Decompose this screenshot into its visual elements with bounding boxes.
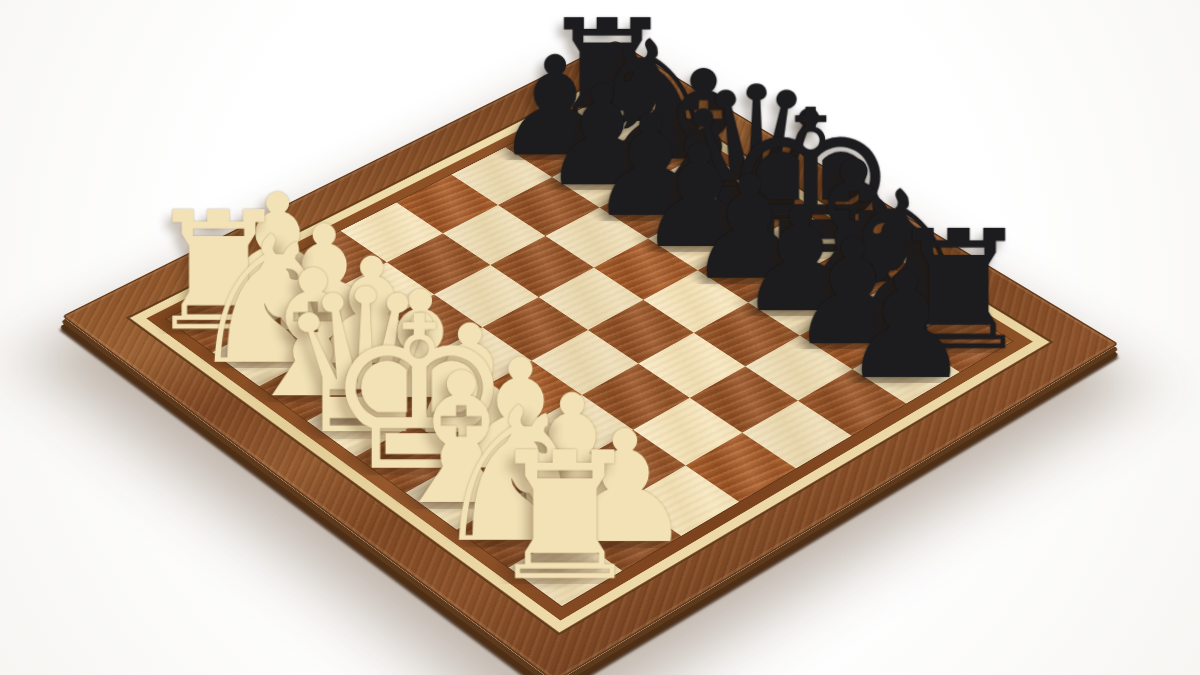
chess-set-photo: ♜︎♞︎♝︎♛︎♚︎♝︎♞︎♜︎♟︎♟︎♟︎♟︎♟︎♟︎♟︎♟︎♟︎♟︎♟︎♟︎… [0, 0, 1200, 675]
chessboard: ♜︎♞︎♝︎♛︎♚︎♝︎♞︎♜︎♟︎♟︎♟︎♟︎♟︎♟︎♟︎♟︎♟︎♟︎♟︎♟︎… [62, 40, 1119, 675]
scene-3d: ♜︎♞︎♝︎♛︎♚︎♝︎♞︎♜︎♟︎♟︎♟︎♟︎♟︎♟︎♟︎♟︎♟︎♟︎♟︎♟︎… [0, 0, 1200, 675]
